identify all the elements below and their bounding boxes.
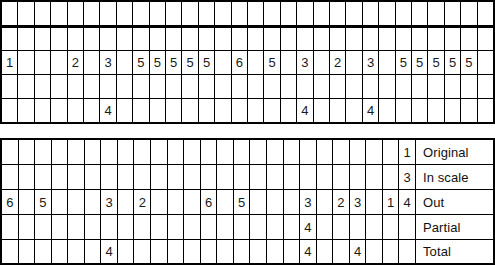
- grid-cell: [412, 99, 427, 122]
- grid-cell: [52, 190, 68, 214]
- grid-cell: [330, 28, 345, 50]
- grid-cell: [445, 99, 460, 122]
- grid-cell: [19, 165, 35, 189]
- grid-cell: 4: [350, 240, 366, 263]
- grid-cell: [68, 215, 84, 239]
- grid-cell: [215, 28, 230, 50]
- grid-cell: [248, 28, 263, 50]
- grid-cell: [264, 28, 279, 50]
- grid-cell: [314, 51, 329, 74]
- grid-cell: [35, 99, 50, 122]
- grid-cell: [264, 75, 279, 98]
- legend-number-cell: 3: [399, 165, 415, 189]
- thick-separator-line: [2, 26, 493, 27]
- grid-cell: [317, 215, 333, 239]
- grid-cell: [461, 75, 476, 98]
- grid-cell: [151, 240, 167, 263]
- grid-cell: [133, 28, 148, 50]
- row-label: In scale: [416, 165, 493, 189]
- grid-cell: [184, 165, 200, 189]
- grid-cell: [383, 140, 399, 164]
- grid-cell: [234, 240, 250, 263]
- grid-cell: [350, 215, 366, 239]
- grid-cell: [267, 240, 283, 263]
- grid-cell: [300, 165, 316, 189]
- grid-cell: [84, 99, 99, 122]
- grid-cell: 1: [383, 190, 399, 214]
- grid-cell: [199, 28, 214, 50]
- grid-cell: [428, 28, 443, 50]
- grid-cell: [2, 140, 18, 164]
- grid-cell: 4: [297, 99, 312, 122]
- grid-cell: [2, 240, 18, 263]
- grid-cell: [118, 215, 134, 239]
- grid-cell: [248, 2, 263, 25]
- grid-cell: [150, 2, 165, 25]
- grid-cell: [18, 51, 33, 74]
- grid-cell: [168, 190, 184, 214]
- grid-cell: [478, 28, 493, 50]
- grid-cell: [297, 2, 312, 25]
- grid-cell: [2, 75, 17, 98]
- grid-cell: 3: [350, 190, 366, 214]
- grid-cell: 2: [68, 51, 83, 74]
- grid-cell: [150, 75, 165, 98]
- row-label: Original: [416, 140, 493, 164]
- grid-cell: [346, 99, 361, 122]
- grid-cell: [201, 215, 217, 239]
- grid-cell: [234, 140, 250, 164]
- grid-cell: [199, 75, 214, 98]
- grid-cell: 5: [35, 190, 51, 214]
- grid-cell: [234, 165, 250, 189]
- grid-cell: [232, 99, 247, 122]
- bottom-grid: 1Original3In scale65326532314Out4Partial…: [0, 138, 495, 265]
- grid-cell: [248, 99, 263, 122]
- grid-cell: [284, 190, 300, 214]
- grid-cell: [267, 140, 283, 164]
- grid-cell: [478, 2, 493, 25]
- grid-cell: [281, 2, 296, 25]
- grid-cell: [68, 75, 83, 98]
- grid-cell: [19, 215, 35, 239]
- grid-cell: 5: [428, 51, 443, 74]
- grid-cell: [330, 2, 345, 25]
- grid-cell: [461, 28, 476, 50]
- grid-cell: [51, 2, 66, 25]
- grid-cell: [151, 140, 167, 164]
- grid-cell: [346, 75, 361, 98]
- grid-cell: [35, 165, 51, 189]
- grid-cell: [366, 165, 382, 189]
- grid-cell: [35, 240, 51, 263]
- grid-cell: [35, 140, 51, 164]
- grid-cell: [297, 28, 312, 50]
- grid-cell: [52, 215, 68, 239]
- grid-cell: 2: [134, 190, 150, 214]
- grid-cell: [363, 28, 378, 50]
- grid-cell: [182, 2, 197, 25]
- grid-cell: [133, 2, 148, 25]
- grid-cell: [100, 28, 115, 50]
- grid-cell: 3: [100, 51, 115, 74]
- grid-cell: [52, 240, 68, 263]
- grid-cell: 1: [2, 51, 17, 74]
- grid-cell: [333, 215, 349, 239]
- grid-cell: [314, 99, 329, 122]
- grid-cell: [363, 2, 378, 25]
- grid-cell: [350, 165, 366, 189]
- row-label: Out: [416, 190, 493, 214]
- grid-cell: [2, 28, 17, 50]
- grid-cell: [363, 75, 378, 98]
- grid-cell: [118, 240, 134, 263]
- grid-cell: [333, 240, 349, 263]
- grid-cell: [84, 2, 99, 25]
- grid-cell: [2, 99, 17, 122]
- grid-cell: [284, 215, 300, 239]
- legend-number-cell: 4: [399, 190, 415, 214]
- grid-cell: [346, 28, 361, 50]
- grid-cell: [184, 190, 200, 214]
- grid-cell: [184, 140, 200, 164]
- grid-cell: [232, 28, 247, 50]
- grid-cell: [215, 75, 230, 98]
- grid-cell: 5: [150, 51, 165, 74]
- grid-cell: [166, 28, 181, 50]
- grid-cell: [101, 215, 117, 239]
- grid-cell: [85, 165, 101, 189]
- grid-cell: [379, 75, 394, 98]
- grid-cell: [478, 75, 493, 98]
- grid-cell: [330, 75, 345, 98]
- grid-cell: [18, 75, 33, 98]
- grid-cell: [117, 75, 132, 98]
- grid-cell: [215, 51, 230, 74]
- grid-cell: [18, 2, 33, 25]
- grid-cell: [461, 99, 476, 122]
- grid-cell: 5: [396, 51, 411, 74]
- grid-cell: [68, 165, 84, 189]
- top-grid: 123555556532355555444: [0, 0, 495, 124]
- grid-cell: [84, 75, 99, 98]
- grid-cell: [232, 2, 247, 25]
- grid-cell: [2, 2, 17, 25]
- grid-cell: [281, 28, 296, 50]
- grid-cell: [234, 215, 250, 239]
- grid-cell: [267, 215, 283, 239]
- grid-cell: [267, 165, 283, 189]
- grid-cell: [199, 2, 214, 25]
- grid-cell: [330, 99, 345, 122]
- grid-cell: [85, 190, 101, 214]
- grid-cell: [250, 140, 266, 164]
- grid-cell: [366, 215, 382, 239]
- grid-cell: [68, 190, 84, 214]
- grid-cell: [68, 2, 83, 25]
- grid-cell: [201, 240, 217, 263]
- grid-cell: 5: [461, 51, 476, 74]
- grid-cell: [350, 140, 366, 164]
- grid-cell: [134, 240, 150, 263]
- row-label: Total: [416, 240, 493, 263]
- grid-cell: [68, 28, 83, 50]
- grid-cell: 5: [199, 51, 214, 74]
- grid-cell: [232, 75, 247, 98]
- row-label: Partial: [416, 215, 493, 239]
- grid-cell: 3: [363, 51, 378, 74]
- grid-cell: 6: [232, 51, 247, 74]
- grid-cell: [314, 2, 329, 25]
- grid-cell: [428, 99, 443, 122]
- grid-cell: [184, 240, 200, 263]
- grid-cell: [68, 240, 84, 263]
- grid-cell: [201, 165, 217, 189]
- grid-cell: [317, 240, 333, 263]
- grid-cell: [317, 190, 333, 214]
- grid-cell: [134, 140, 150, 164]
- grid-cell: [412, 75, 427, 98]
- grid-cell: [217, 190, 233, 214]
- grid-cell: [52, 165, 68, 189]
- grid-cell: 5: [234, 190, 250, 214]
- grid-cell: [133, 75, 148, 98]
- grid-cell: [428, 2, 443, 25]
- grid-cell: [412, 2, 427, 25]
- grid-cell: [35, 215, 51, 239]
- grid-cell: [134, 215, 150, 239]
- grid-cell: [248, 51, 263, 74]
- grid-cell: [317, 165, 333, 189]
- grid-cell: [168, 240, 184, 263]
- grid-cell: [133, 99, 148, 122]
- grid-cell: [445, 28, 460, 50]
- legend-number-cell: [399, 215, 415, 239]
- grid-cell: [150, 99, 165, 122]
- grid-cell: [101, 140, 117, 164]
- legend-number-cell: 1: [399, 140, 415, 164]
- grid-cell: [478, 99, 493, 122]
- grid-cell: [217, 215, 233, 239]
- grid-cell: [396, 2, 411, 25]
- grid-cell: [383, 215, 399, 239]
- grid-cell: [379, 99, 394, 122]
- grid-cell: [248, 75, 263, 98]
- grid-cell: [215, 2, 230, 25]
- grid-cell: [134, 165, 150, 189]
- grid-cell: [51, 28, 66, 50]
- grid-cell: [281, 75, 296, 98]
- grid-cell: [346, 51, 361, 74]
- grid-cell: 3: [101, 190, 117, 214]
- grid-cell: [117, 51, 132, 74]
- grid-cell: 3: [297, 51, 312, 74]
- grid-cell: [379, 2, 394, 25]
- grid-cell: [333, 165, 349, 189]
- grid-cell: 5: [412, 51, 427, 74]
- grid-cell: [151, 190, 167, 214]
- grid-cell: [215, 99, 230, 122]
- grid-cell: [85, 215, 101, 239]
- grid-cell: 5: [264, 51, 279, 74]
- grid-cell: [51, 75, 66, 98]
- grid-cell: [2, 165, 18, 189]
- grid-cell: 5: [166, 51, 181, 74]
- grid-cell: [84, 28, 99, 50]
- grid-cell: [314, 28, 329, 50]
- grid-cell: [396, 75, 411, 98]
- grid-cell: [317, 140, 333, 164]
- grid-cell: [300, 140, 316, 164]
- grid-cell: [35, 51, 50, 74]
- grid-cell: [201, 140, 217, 164]
- grid-cell: [182, 28, 197, 50]
- grid-cell: [217, 240, 233, 263]
- grid-cell: [445, 2, 460, 25]
- grid-cell: [68, 140, 84, 164]
- grid-cell: [379, 51, 394, 74]
- grid-cell: [100, 75, 115, 98]
- grid-cell: [366, 190, 382, 214]
- grid-cell: 5: [133, 51, 148, 74]
- grid-cell: [2, 215, 18, 239]
- grid-cell: 6: [201, 190, 217, 214]
- grid-cell: [150, 28, 165, 50]
- grid-cell: [151, 165, 167, 189]
- legend-number-cell: [399, 240, 415, 263]
- grid-cell: [396, 28, 411, 50]
- grid-cell: 5: [445, 51, 460, 74]
- grid-cell: [199, 99, 214, 122]
- grid-cell: [151, 215, 167, 239]
- grid-cell: [35, 2, 50, 25]
- grid-cell: [118, 140, 134, 164]
- grid-cell: [168, 165, 184, 189]
- grid-cell: [166, 75, 181, 98]
- grid-cell: [379, 28, 394, 50]
- grid-cell: 4: [101, 240, 117, 263]
- grid-cell: 6: [2, 190, 18, 214]
- grid-cell: [85, 240, 101, 263]
- grid-cell: 2: [333, 190, 349, 214]
- grid-cell: [461, 2, 476, 25]
- grid-cell: [281, 99, 296, 122]
- grid-cell: [366, 240, 382, 263]
- grid-cell: [35, 75, 50, 98]
- grid-cell: [19, 140, 35, 164]
- grid-cell: [250, 165, 266, 189]
- grid-cell: [68, 99, 83, 122]
- grid-cell: [478, 51, 493, 74]
- grid-cell: [333, 140, 349, 164]
- grid-cell: [19, 240, 35, 263]
- grid-cell: [118, 190, 134, 214]
- grid-cell: [51, 99, 66, 122]
- grid-cell: [35, 28, 50, 50]
- grid-cell: [264, 99, 279, 122]
- grid-cell: [117, 99, 132, 122]
- grid-cell: [168, 215, 184, 239]
- grid-cell: [346, 2, 361, 25]
- grid-cell: [182, 99, 197, 122]
- grid-cell: [51, 51, 66, 74]
- grid-cell: [284, 165, 300, 189]
- grid-cell: [281, 51, 296, 74]
- grid-cell: [284, 240, 300, 263]
- grid-cell: [250, 190, 266, 214]
- grid-cell: [366, 140, 382, 164]
- grid-cell: [166, 2, 181, 25]
- grid-cell: [267, 190, 283, 214]
- grid-cell: 4: [363, 99, 378, 122]
- grid-cell: [18, 28, 33, 50]
- grid-cell: [52, 140, 68, 164]
- grid-cell: [250, 215, 266, 239]
- grid-cell: [117, 28, 132, 50]
- grid-cell: [297, 75, 312, 98]
- grid-cell: [101, 165, 117, 189]
- grid-cell: [184, 215, 200, 239]
- grid-cell: 4: [300, 215, 316, 239]
- grid-cell: 2: [330, 51, 345, 74]
- grid-cell: [383, 165, 399, 189]
- grid-cell: [168, 140, 184, 164]
- grid-cell: [284, 140, 300, 164]
- grid-cell: [85, 140, 101, 164]
- grid-cell: [445, 75, 460, 98]
- grid-cell: [100, 2, 115, 25]
- grid-cell: [217, 165, 233, 189]
- grid-cell: [18, 99, 33, 122]
- grid-cell: [19, 190, 35, 214]
- grid-cell: [118, 165, 134, 189]
- grid-cell: [412, 28, 427, 50]
- grid-cell: [314, 75, 329, 98]
- grid-cell: [250, 240, 266, 263]
- grid-cell: 3: [300, 190, 316, 214]
- grid-cell: [396, 99, 411, 122]
- grid-cell: [217, 140, 233, 164]
- grid-cell: [264, 2, 279, 25]
- grid-cell: [84, 51, 99, 74]
- grid-cell: [166, 99, 181, 122]
- grid-cell: [428, 75, 443, 98]
- grid-cell: 4: [300, 240, 316, 263]
- grid-cell: [383, 240, 399, 263]
- grid-cell: [182, 75, 197, 98]
- grid-cell: 4: [100, 99, 115, 122]
- grid-cell: 5: [182, 51, 197, 74]
- grid-cell: [117, 2, 132, 25]
